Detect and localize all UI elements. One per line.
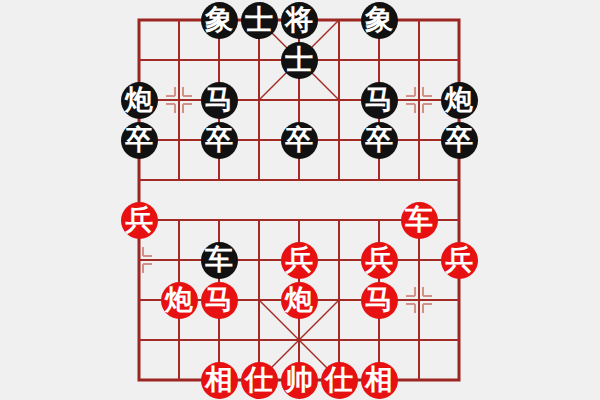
piece-red-horse[interactable]: 马 <box>361 282 398 319</box>
piece-black-cannon[interactable]: 炮 <box>121 82 158 119</box>
piece-black-horse[interactable]: 马 <box>361 82 398 119</box>
piece-black-elephant[interactable]: 象 <box>361 2 398 39</box>
xiangqi-board: 象士将象士炮马马炮卒卒卒卒卒车兵车兵兵兵炮马炮马相仕帅仕相 <box>0 0 600 400</box>
piece-red-soldier[interactable]: 兵 <box>441 242 478 279</box>
piece-red-soldier[interactable]: 兵 <box>121 202 158 239</box>
piece-black-soldier[interactable]: 卒 <box>361 122 398 159</box>
piece-red-elephant[interactable]: 相 <box>201 362 238 399</box>
piece-black-cannon[interactable]: 炮 <box>441 82 478 119</box>
piece-black-chariot[interactable]: 车 <box>201 242 238 279</box>
piece-black-advisor[interactable]: 士 <box>241 2 278 39</box>
piece-red-cannon[interactable]: 炮 <box>161 282 198 319</box>
piece-black-soldier[interactable]: 卒 <box>441 122 478 159</box>
piece-black-soldier[interactable]: 卒 <box>201 122 238 159</box>
piece-red-elephant[interactable]: 相 <box>361 362 398 399</box>
piece-black-horse[interactable]: 马 <box>201 82 238 119</box>
piece-red-soldier[interactable]: 兵 <box>361 242 398 279</box>
piece-black-soldier[interactable]: 卒 <box>281 122 318 159</box>
piece-red-horse[interactable]: 马 <box>201 282 238 319</box>
piece-red-cannon[interactable]: 炮 <box>281 282 318 319</box>
piece-black-elephant[interactable]: 象 <box>201 2 238 39</box>
piece-black-soldier[interactable]: 卒 <box>121 122 158 159</box>
piece-red-advisor[interactable]: 仕 <box>241 362 278 399</box>
piece-black-advisor[interactable]: 士 <box>281 42 318 79</box>
pieces-layer: 象士将象士炮马马炮卒卒卒卒卒车兵车兵兵兵炮马炮马相仕帅仕相 <box>0 0 600 400</box>
piece-black-general[interactable]: 将 <box>281 2 318 39</box>
piece-red-advisor[interactable]: 仕 <box>321 362 358 399</box>
piece-red-general[interactable]: 帅 <box>281 362 318 399</box>
piece-red-soldier[interactable]: 兵 <box>281 242 318 279</box>
piece-red-chariot[interactable]: 车 <box>401 202 438 239</box>
